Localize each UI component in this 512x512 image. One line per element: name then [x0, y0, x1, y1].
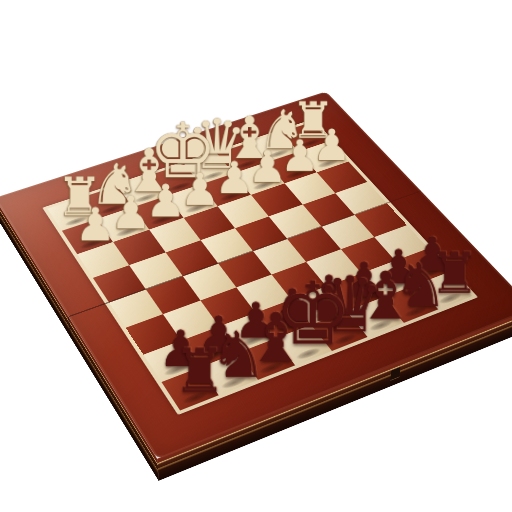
white-pawn[interactable]: ♟ [110, 190, 151, 235]
white-pawn[interactable]: ♟ [74, 201, 115, 247]
white-pawn[interactable]: ♟ [214, 155, 254, 199]
white-pawn[interactable]: ♟ [180, 167, 220, 212]
black-rook[interactable]: ♜ [172, 342, 226, 402]
square-c4[interactable] [269, 205, 321, 239]
product-photo-scene: ♜♞♝♚♛♝♞♜♟♟♟♟♟♟♟♟♟♟♟♟♟♟♟♟♜♞♝♚♛♝♞♜ [0, 0, 512, 512]
white-pawn[interactable]: ♟ [145, 178, 185, 223]
latch-detail [390, 367, 400, 380]
square-b5[interactable] [321, 215, 374, 250]
